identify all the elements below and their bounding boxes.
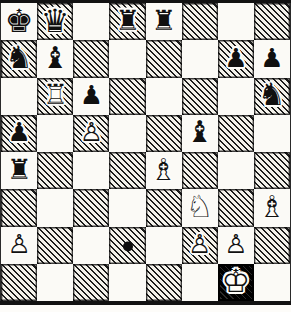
square-d2[interactable] — [109, 227, 145, 264]
white-bishop[interactable]: ♝♗ — [146, 152, 182, 189]
square-a7[interactable]: ♞ — [1, 40, 37, 77]
black-knight[interactable]: ♞ — [254, 78, 290, 115]
square-b6[interactable]: ♜♖ — [37, 78, 73, 115]
chess-board: ♚♛♜♜♞♝♟♟♜♖♟♞♟♟♙♝♜♝♗♞♘♝♗♟♙♟♙♟♙♚♔ — [0, 3, 291, 301]
square-d4[interactable] — [109, 152, 145, 189]
white-knight-outline: ♘ — [186, 191, 214, 222]
square-c2[interactable] — [73, 227, 109, 264]
square-f6[interactable] — [182, 78, 218, 115]
white-bishop[interactable]: ♝♗ — [254, 189, 290, 226]
square-c5[interactable]: ♟♙ — [73, 115, 109, 152]
square-f1[interactable] — [182, 264, 218, 301]
square-e2[interactable] — [146, 227, 182, 264]
square-h4[interactable] — [254, 152, 290, 189]
square-g1[interactable]: ♚♔ — [218, 264, 254, 301]
square-e4[interactable]: ♝♗ — [146, 152, 182, 189]
square-d7[interactable] — [109, 40, 145, 77]
white-pawn[interactable]: ♟♙ — [182, 227, 218, 264]
black-queen[interactable]: ♛ — [37, 3, 73, 40]
square-c1[interactable] — [73, 264, 109, 301]
square-h7[interactable]: ♟ — [254, 40, 290, 77]
black-pawn[interactable]: ♟ — [1, 115, 37, 152]
square-g7[interactable]: ♟ — [218, 40, 254, 77]
newspaper-chess-diagram: ♚♛♜♜♞♝♟♟♜♖♟♞♟♟♙♝♜♝♗♞♘♝♗♟♙♟♙♟♙♚♔ — [0, 0, 291, 312]
square-g3[interactable] — [218, 189, 254, 226]
square-b4[interactable] — [37, 152, 73, 189]
square-a4[interactable]: ♜ — [1, 152, 37, 189]
square-d6[interactable] — [109, 78, 145, 115]
black-rook[interactable]: ♜ — [146, 3, 182, 40]
square-c8[interactable] — [73, 3, 109, 40]
black-bishop-glyph: ♝ — [186, 117, 213, 147]
square-d8[interactable]: ♜ — [109, 3, 145, 40]
square-h6[interactable]: ♞ — [254, 78, 290, 115]
square-c7[interactable] — [73, 40, 109, 77]
black-bishop[interactable]: ♝ — [182, 115, 218, 152]
black-pawn-glyph: ♟ — [7, 119, 30, 145]
square-a3[interactable] — [1, 189, 37, 226]
square-d3[interactable] — [109, 189, 145, 226]
square-c4[interactable] — [73, 152, 109, 189]
square-e3[interactable] — [146, 189, 182, 226]
square-e7[interactable] — [146, 40, 182, 77]
black-knight-glyph: ♞ — [258, 79, 286, 110]
white-pawn-outline: ♙ — [224, 231, 247, 257]
white-rook[interactable]: ♜♖ — [37, 78, 73, 115]
black-knight[interactable]: ♞ — [1, 40, 37, 77]
white-pawn-outline: ♙ — [7, 231, 30, 257]
black-king[interactable]: ♚ — [1, 3, 37, 40]
square-f8[interactable] — [182, 3, 218, 40]
square-a2[interactable]: ♟♙ — [1, 227, 37, 264]
black-rook[interactable]: ♜ — [109, 3, 145, 40]
square-g2[interactable]: ♟♙ — [218, 227, 254, 264]
square-f2[interactable]: ♟♙ — [182, 227, 218, 264]
black-rook-glyph: ♜ — [7, 156, 32, 184]
square-f4[interactable] — [182, 152, 218, 189]
white-king[interactable]: ♚♔ — [218, 264, 254, 301]
black-queen-glyph: ♛ — [41, 4, 70, 36]
ink-dot — [123, 242, 133, 252]
square-a8[interactable]: ♚ — [1, 3, 37, 40]
square-d5[interactable] — [109, 115, 145, 152]
square-b7[interactable]: ♝ — [37, 40, 73, 77]
white-pawn-outline: ♙ — [188, 231, 211, 257]
black-rook-glyph: ♜ — [115, 7, 140, 35]
square-b2[interactable] — [37, 227, 73, 264]
white-pawn[interactable]: ♟♙ — [218, 227, 254, 264]
square-f5[interactable]: ♝ — [182, 115, 218, 152]
white-king-outline: ♔ — [221, 265, 250, 297]
square-a1[interactable] — [1, 264, 37, 301]
square-h8[interactable] — [254, 3, 290, 40]
square-e1[interactable] — [146, 264, 182, 301]
square-d1[interactable] — [109, 264, 145, 301]
square-g6[interactable] — [218, 78, 254, 115]
square-e5[interactable] — [146, 115, 182, 152]
square-b5[interactable] — [37, 115, 73, 152]
square-g8[interactable] — [218, 3, 254, 40]
square-a6[interactable] — [1, 78, 37, 115]
white-pawn[interactable]: ♟♙ — [73, 115, 109, 152]
black-rook-glyph: ♜ — [151, 7, 176, 35]
black-pawn-glyph: ♟ — [80, 82, 103, 108]
square-h1[interactable] — [254, 264, 290, 301]
square-c3[interactable] — [73, 189, 109, 226]
black-pawn[interactable]: ♟ — [254, 40, 290, 77]
black-rook[interactable]: ♜ — [1, 152, 37, 189]
bottom-border-rule — [0, 301, 291, 305]
black-bishop-glyph: ♝ — [42, 43, 69, 73]
square-f7[interactable] — [182, 40, 218, 77]
black-pawn-glyph: ♟ — [224, 45, 247, 71]
black-knight-glyph: ♞ — [5, 42, 33, 73]
square-h2[interactable] — [254, 227, 290, 264]
white-bishop-outline: ♗ — [150, 154, 177, 184]
black-pawn-glyph: ♟ — [260, 45, 283, 71]
white-pawn[interactable]: ♟♙ — [1, 227, 37, 264]
square-e6[interactable] — [146, 78, 182, 115]
white-rook-outline: ♖ — [43, 81, 68, 109]
white-knight[interactable]: ♞♘ — [182, 189, 218, 226]
square-b3[interactable] — [37, 189, 73, 226]
black-pawn[interactable]: ♟ — [73, 78, 109, 115]
white-pawn-outline: ♙ — [80, 119, 103, 145]
black-bishop[interactable]: ♝ — [37, 40, 73, 77]
black-king-glyph: ♚ — [5, 4, 34, 36]
square-b1[interactable] — [37, 264, 73, 301]
square-g5[interactable] — [218, 115, 254, 152]
black-pawn[interactable]: ♟ — [218, 40, 254, 77]
square-a5[interactable]: ♟ — [1, 115, 37, 152]
white-bishop-outline: ♗ — [258, 192, 285, 222]
square-h3[interactable]: ♝♗ — [254, 189, 290, 226]
square-b8[interactable]: ♛ — [37, 3, 73, 40]
square-g4[interactable] — [218, 152, 254, 189]
square-e8[interactable]: ♜ — [146, 3, 182, 40]
square-f3[interactable]: ♞♘ — [182, 189, 218, 226]
square-h5[interactable] — [254, 115, 290, 152]
square-c6[interactable]: ♟ — [73, 78, 109, 115]
